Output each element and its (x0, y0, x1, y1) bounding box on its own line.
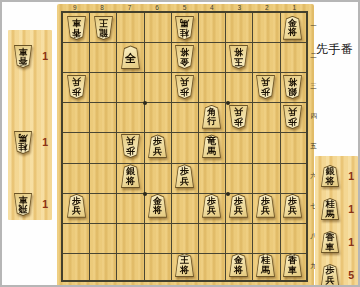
hand-piece-gote-L[interactable]: 香車1 (8, 44, 52, 68)
piece-gote-+R[interactable]: 龍王 (93, 16, 114, 40)
square-37[interactable]: 歩兵 (225, 191, 252, 221)
square-54[interactable] (171, 102, 198, 132)
piece-kanji: 王 (99, 18, 108, 28)
piece-kanji: 兵 (288, 206, 297, 216)
square-31[interactable] (225, 13, 252, 43)
piece-sente-K[interactable]: 王将 (174, 253, 195, 277)
square-89[interactable] (90, 250, 117, 280)
file-label-2: 2 (253, 4, 280, 11)
hand-piece-sente-N[interactable]: 桂馬1 (315, 198, 358, 220)
square-53[interactable]: 歩兵 (171, 72, 198, 102)
piece-sente-B[interactable]: 角行 (201, 105, 222, 129)
piece-sente-P[interactable]: 歩兵 (282, 194, 303, 218)
piece-kanji: 将 (126, 177, 135, 187)
square-68[interactable] (144, 221, 171, 251)
piece-kanji: 兵 (234, 107, 243, 117)
piece-sente-N[interactable]: 桂馬 (255, 253, 276, 277)
square-41[interactable] (198, 13, 225, 43)
shogi-diagram: 香車1桂馬1飛車1 987654321 一二三四五六七八九 香車龍王桂馬金将全金… (0, 0, 360, 287)
rank-label-1: 一 (309, 11, 318, 41)
hand-count: 1 (348, 236, 354, 248)
square-46[interactable] (198, 161, 225, 191)
file-label-4: 4 (198, 4, 225, 11)
square-62[interactable] (144, 43, 171, 73)
piece-kanji: 馬 (207, 147, 216, 157)
square-51[interactable]: 桂馬 (171, 13, 198, 43)
hand-count: 1 (42, 50, 48, 62)
piece-kanji: 将 (326, 177, 335, 187)
square-25[interactable] (252, 132, 279, 162)
piece-kanji: 馬 (326, 210, 335, 220)
square-73[interactable] (117, 72, 144, 102)
rank-label-3: 三 (309, 71, 318, 101)
square-19[interactable]: 香車 (279, 250, 306, 280)
gote-captured-stand: 香車1桂馬1飛車1 (8, 30, 52, 220)
hand-piece-gote-R[interactable]: 飛車1 (8, 192, 52, 216)
piece-sente-P[interactable]: 歩兵 (147, 134, 168, 158)
piece-kanji: 馬 (19, 132, 28, 142)
piece-kanji: 将 (234, 266, 243, 276)
square-23[interactable]: 歩兵 (252, 72, 279, 102)
square-44[interactable]: 角行 (198, 102, 225, 132)
piece-gote-N[interactable]: 桂馬 (174, 16, 195, 40)
piece-gote-P[interactable]: 歩兵 (120, 134, 141, 158)
square-13[interactable]: 銀将 (279, 72, 306, 102)
piece-sente-+B[interactable]: 竜馬 (201, 134, 222, 158)
piece-gote-L[interactable]: 香車 (13, 45, 33, 68)
shogi-board: 987654321 一二三四五六七八九 香車龍王桂馬金将全金将玉将歩兵歩兵歩兵銀… (57, 4, 314, 287)
piece-sente-S[interactable]: 銀将 (120, 164, 141, 188)
piece-sente-P[interactable]: 歩兵 (320, 264, 340, 286)
piece-kanji: 将 (180, 266, 189, 276)
file-label-9: 9 (61, 4, 88, 11)
square-71[interactable] (117, 13, 144, 43)
piece-gote-R[interactable]: 飛車 (13, 193, 33, 216)
square-11[interactable]: 金将 (279, 13, 306, 43)
piece-gote-P[interactable]: 歩兵 (228, 105, 249, 129)
piece-kanji: 兵 (72, 206, 81, 216)
piece-kanji: 行 (207, 117, 216, 127)
square-97[interactable]: 歩兵 (63, 191, 90, 221)
square-78[interactable] (117, 221, 144, 251)
piece-kanji: 馬 (180, 18, 189, 28)
square-67[interactable]: 金将 (144, 191, 171, 221)
square-92[interactable] (63, 43, 90, 73)
piece-kanji: 兵 (207, 206, 216, 216)
piece-kanji: 歩 (126, 146, 135, 156)
square-95[interactable] (63, 132, 90, 162)
square-72[interactable]: 全 (117, 43, 144, 73)
square-91[interactable]: 香車 (63, 13, 90, 43)
square-16[interactable] (279, 161, 306, 191)
square-94[interactable] (63, 102, 90, 132)
piece-sente-P[interactable]: 歩兵 (201, 194, 222, 218)
piece-sente-G[interactable]: 金将 (282, 16, 303, 40)
piece-gote-S[interactable]: 銀将 (282, 75, 303, 99)
square-36[interactable] (225, 161, 252, 191)
square-29[interactable]: 桂馬 (252, 250, 279, 280)
hand-piece-sente-S[interactable]: 銀将1 (315, 165, 358, 187)
piece-sente-G[interactable]: 金将 (228, 253, 249, 277)
square-14[interactable]: 歩兵 (279, 102, 306, 132)
square-35[interactable] (225, 132, 252, 162)
square-59[interactable]: 王将 (171, 250, 198, 280)
square-99[interactable] (63, 250, 90, 280)
square-76[interactable]: 銀将 (117, 161, 144, 191)
piece-kanji: 全 (125, 52, 136, 64)
file-label-3: 3 (226, 4, 253, 11)
hand-count: 1 (42, 198, 48, 210)
piece-kanji: 将 (153, 206, 162, 216)
square-82[interactable] (90, 43, 117, 73)
hand-count: 1 (348, 170, 354, 182)
board-grid: 香車龍王桂馬金将全金将玉将歩兵歩兵歩兵銀将角行歩兵歩兵歩兵歩兵竜馬銀将歩兵歩兵金… (61, 11, 308, 282)
piece-gote-K[interactable]: 玉将 (228, 45, 249, 69)
piece-kanji: 車 (19, 194, 28, 204)
square-17[interactable]: 歩兵 (279, 191, 306, 221)
square-52[interactable]: 金将 (171, 43, 198, 73)
square-49[interactable] (198, 250, 225, 280)
piece-sente-L[interactable]: 香車 (282, 253, 303, 277)
square-64[interactable] (144, 102, 171, 132)
square-98[interactable] (63, 221, 90, 251)
file-label-1: 1 (281, 4, 308, 11)
square-83[interactable] (90, 72, 117, 102)
square-22[interactable] (252, 43, 279, 73)
square-39[interactable]: 金将 (225, 250, 252, 280)
piece-sente-G[interactable]: 金将 (147, 194, 168, 218)
sente-captured-stand: 銀将1桂馬1香車1歩兵5 (315, 156, 358, 287)
square-61[interactable] (144, 13, 171, 43)
file-label-8: 8 (88, 4, 115, 11)
square-42[interactable] (198, 43, 225, 73)
square-12[interactable] (279, 43, 306, 73)
piece-kanji: 兵 (261, 206, 270, 216)
piece-sente-+S[interactable]: 全 (120, 45, 141, 69)
square-84[interactable] (90, 102, 117, 132)
square-43[interactable] (198, 72, 225, 102)
rank-label-4: 四 (309, 101, 318, 131)
piece-kanji: 車 (326, 243, 335, 253)
piece-kanji: 将 (180, 47, 189, 57)
piece-kanji: 銀 (288, 87, 297, 97)
piece-kanji: 金 (180, 57, 189, 67)
hand-piece-gote-N[interactable]: 桂馬1 (8, 130, 52, 154)
piece-kanji: 車 (72, 18, 81, 28)
piece-kanji: 歩 (180, 87, 189, 97)
piece-kanji: 兵 (234, 206, 243, 216)
square-34[interactable]: 歩兵 (225, 102, 252, 132)
square-93[interactable]: 歩兵 (63, 72, 90, 102)
piece-sente-N[interactable]: 桂馬 (320, 198, 340, 220)
piece-kanji: 兵 (288, 107, 297, 117)
piece-kanji: 兵 (180, 77, 189, 87)
piece-kanji: 歩 (72, 87, 81, 97)
piece-kanji: 桂 (180, 27, 189, 37)
piece-kanji: 車 (19, 46, 28, 56)
piece-gote-G[interactable]: 金将 (174, 45, 195, 69)
hand-piece-sente-L[interactable]: 香車1 (315, 231, 358, 253)
square-88[interactable] (90, 221, 117, 251)
piece-kanji: 将 (288, 28, 297, 38)
square-86[interactable] (90, 161, 117, 191)
square-15[interactable] (279, 132, 306, 162)
square-87[interactable] (90, 191, 117, 221)
piece-kanji: 将 (234, 47, 243, 57)
hand-count: 1 (42, 136, 48, 148)
piece-kanji: 馬 (261, 266, 270, 276)
file-label-7: 7 (116, 4, 143, 11)
piece-sente-S[interactable]: 銀将 (320, 165, 340, 187)
piece-kanji: 兵 (180, 177, 189, 187)
piece-kanji: 兵 (261, 77, 270, 87)
hand-count: 5 (348, 269, 354, 281)
piece-kanji: 兵 (72, 77, 81, 87)
file-label-5: 5 (171, 4, 198, 11)
piece-kanji: 兵 (153, 147, 162, 157)
piece-gote-P[interactable]: 歩兵 (282, 105, 303, 129)
square-63[interactable] (144, 72, 171, 102)
piece-kanji: 歩 (261, 87, 270, 97)
square-74[interactable] (117, 102, 144, 132)
square-26[interactable] (252, 161, 279, 191)
square-75[interactable]: 歩兵 (117, 132, 144, 162)
piece-kanji: 香 (72, 27, 81, 37)
piece-gote-L[interactable]: 香車 (66, 16, 87, 40)
square-77[interactable] (117, 191, 144, 221)
square-28[interactable] (252, 221, 279, 251)
piece-gote-N[interactable]: 桂馬 (13, 131, 33, 154)
turn-indicator: 先手番 (316, 41, 360, 58)
square-45[interactable]: 竜馬 (198, 132, 225, 162)
square-55[interactable] (171, 132, 198, 162)
square-38[interactable] (225, 221, 252, 251)
square-33[interactable] (225, 72, 252, 102)
square-85[interactable] (90, 132, 117, 162)
square-18[interactable] (279, 221, 306, 251)
piece-sente-P[interactable]: 歩兵 (228, 194, 249, 218)
piece-kanji: 玉 (234, 57, 243, 67)
piece-sente-P[interactable]: 歩兵 (174, 164, 195, 188)
file-coordinates: 987654321 (61, 4, 308, 11)
piece-sente-P[interactable]: 歩兵 (255, 194, 276, 218)
piece-kanji: 車 (288, 266, 297, 276)
piece-kanji: 歩 (234, 116, 243, 126)
square-58[interactable] (171, 221, 198, 251)
piece-gote-P[interactable]: 歩兵 (66, 75, 87, 99)
square-56[interactable]: 歩兵 (171, 161, 198, 191)
square-79[interactable] (117, 250, 144, 280)
hand-count: 1 (348, 203, 354, 215)
hand-piece-sente-P[interactable]: 歩兵5 (315, 264, 358, 286)
square-65[interactable]: 歩兵 (144, 132, 171, 162)
square-27[interactable]: 歩兵 (252, 191, 279, 221)
square-48[interactable] (198, 221, 225, 251)
piece-sente-P[interactable]: 歩兵 (66, 194, 87, 218)
file-label-6: 6 (143, 4, 170, 11)
square-96[interactable] (63, 161, 90, 191)
square-57[interactable] (171, 191, 198, 221)
piece-kanji: 将 (288, 77, 297, 87)
square-24[interactable] (252, 102, 279, 132)
square-21[interactable] (252, 13, 279, 43)
square-81[interactable]: 龍王 (90, 13, 117, 43)
square-47[interactable]: 歩兵 (198, 191, 225, 221)
piece-kanji: 龍 (99, 27, 108, 37)
piece-kanji: 兵 (126, 136, 135, 146)
piece-sente-L[interactable]: 香車 (320, 231, 340, 253)
piece-gote-P[interactable]: 歩兵 (174, 75, 195, 99)
square-66[interactable] (144, 161, 171, 191)
piece-gote-P[interactable]: 歩兵 (255, 75, 276, 99)
square-69[interactable] (144, 250, 171, 280)
piece-kanji: 歩 (288, 116, 297, 126)
square-32[interactable]: 玉将 (225, 43, 252, 73)
piece-kanji: 兵 (326, 276, 335, 286)
